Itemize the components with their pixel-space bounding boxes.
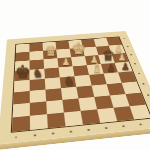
piece-white-pawn: ♟: [61, 57, 70, 67]
square-c4: [45, 78, 61, 90]
chess-set-photo: ♛♚♟♟♟♛♟♚♞♝♟♟♞: [0, 0, 150, 150]
square-h2: [125, 93, 145, 107]
square-d5: [59, 66, 75, 77]
square-c5: [44, 68, 60, 79]
square-h5: ♟: [115, 62, 133, 73]
square-f4: [89, 74, 107, 86]
square-d3: [61, 87, 78, 100]
square-d4: ♞: [60, 76, 77, 88]
square-a1: [12, 116, 30, 132]
board-front-edge: [0, 127, 150, 150]
piece-white-pawn: ♟: [114, 44, 122, 53]
board-scene: ♛♚♟♟♟♛♟♚♞♝♟♟♞: [0, 0, 150, 150]
square-a5: ♚: [14, 70, 29, 81]
piece-black-pawn: ♟: [121, 62, 130, 72]
piece-white-pawn: ♟: [90, 55, 98, 64]
piece-black-knight: ♞: [32, 67, 43, 79]
square-c1: [47, 113, 66, 129]
square-h1: [130, 105, 150, 120]
square-b5: ♞: [30, 69, 45, 80]
square-h4: [118, 71, 136, 83]
piece-white-pawn: ♟: [118, 53, 126, 62]
piece-black-pawn: ♟: [107, 63, 116, 73]
square-a6: [15, 61, 30, 72]
square-c2: [46, 100, 64, 114]
board-frame: ♛♚♟♟♟♛♟♚♞♝♟♟♞: [0, 31, 150, 144]
square-b7: [29, 51, 43, 61]
square-b1: [30, 114, 48, 130]
